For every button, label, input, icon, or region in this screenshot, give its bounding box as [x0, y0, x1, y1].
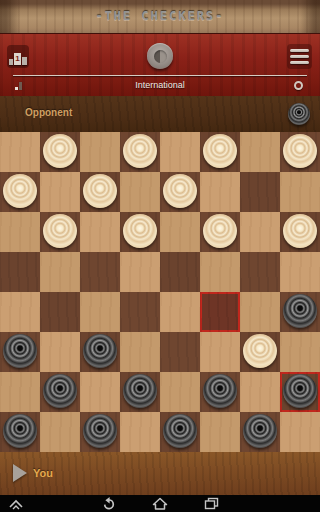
- cell-r3c7: [280, 252, 320, 292]
- podium-icon: [9, 59, 13, 65]
- cell-r7c5: [200, 412, 240, 452]
- cell-r1c6[interactable]: [240, 172, 280, 212]
- cell-r5c3: [120, 332, 160, 372]
- cell-r1c2[interactable]: [80, 172, 120, 212]
- cell-r0c0: [0, 132, 40, 172]
- black-piece[interactable]: [83, 414, 117, 448]
- cell-r4c6: [240, 292, 280, 332]
- black-piece[interactable]: [43, 374, 77, 408]
- cell-r2c4: [160, 212, 200, 252]
- cell-r6c4: [160, 372, 200, 412]
- opponent-label: Opponent: [25, 107, 72, 118]
- white-piece[interactable]: [123, 134, 157, 168]
- board: [0, 132, 320, 452]
- leaderboard-button[interactable]: 1: [7, 45, 29, 68]
- white-piece[interactable]: [203, 134, 237, 168]
- podium-icon: [22, 57, 27, 65]
- cell-r0c2: [80, 132, 120, 172]
- cell-r6c7[interactable]: [280, 372, 320, 412]
- cell-r5c5: [200, 332, 240, 372]
- cell-r2c5[interactable]: [200, 212, 240, 252]
- difficulty-slider[interactable]: [13, 75, 307, 76]
- cell-r5c4[interactable]: [160, 332, 200, 372]
- cell-r7c2[interactable]: [80, 412, 120, 452]
- cell-r2c7[interactable]: [280, 212, 320, 252]
- cell-r0c3[interactable]: [120, 132, 160, 172]
- cell-r7c1: [40, 412, 80, 452]
- variant-label: International: [0, 80, 320, 90]
- cell-r2c3[interactable]: [120, 212, 160, 252]
- cell-r4c3[interactable]: [120, 292, 160, 332]
- white-piece[interactable]: [283, 134, 317, 168]
- black-piece[interactable]: [3, 334, 37, 368]
- black-piece[interactable]: [283, 294, 317, 328]
- opponent-bar: Opponent: [0, 96, 320, 132]
- cell-r2c1[interactable]: [40, 212, 80, 252]
- white-piece[interactable]: [3, 174, 37, 208]
- cell-r0c4: [160, 132, 200, 172]
- rank-number: 1: [14, 53, 22, 65]
- cell-r1c7: [280, 172, 320, 212]
- cell-r5c2[interactable]: [80, 332, 120, 372]
- hamburger-icon: [290, 55, 309, 59]
- android-nav-bar: [0, 495, 320, 512]
- cell-r2c6: [240, 212, 280, 252]
- cell-r6c3[interactable]: [120, 372, 160, 412]
- opponent-color-indicator: [288, 103, 310, 125]
- cell-r6c2: [80, 372, 120, 412]
- hamburger-icon: [290, 49, 309, 53]
- white-piece[interactable]: [123, 214, 157, 248]
- cell-r2c2: [80, 212, 120, 252]
- cell-r5c1: [40, 332, 80, 372]
- title-bar: -THE CHECKERS-: [0, 0, 320, 33]
- cell-r7c6[interactable]: [240, 412, 280, 452]
- app-title: -THE CHECKERS-: [0, 9, 320, 23]
- white-piece[interactable]: [83, 174, 117, 208]
- black-piece[interactable]: [283, 374, 317, 408]
- cell-r0c7[interactable]: [280, 132, 320, 172]
- white-piece[interactable]: [163, 174, 197, 208]
- toolbar: 1 International: [0, 33, 320, 96]
- black-piece[interactable]: [163, 414, 197, 448]
- cell-r3c4[interactable]: [160, 252, 200, 292]
- cell-r1c1: [40, 172, 80, 212]
- cell-r3c2[interactable]: [80, 252, 120, 292]
- screen: -THE CHECKERS- 1 International Opponent: [0, 0, 320, 512]
- up-chevron-icon[interactable]: [8, 497, 24, 510]
- white-piece[interactable]: [43, 134, 77, 168]
- cell-r4c5[interactable]: [200, 292, 240, 332]
- you-label: You: [33, 467, 53, 479]
- black-piece[interactable]: [243, 414, 277, 448]
- cell-r5c7: [280, 332, 320, 372]
- cell-r3c6[interactable]: [240, 252, 280, 292]
- cell-r0c1[interactable]: [40, 132, 80, 172]
- white-piece[interactable]: [283, 214, 317, 248]
- cell-r6c6: [240, 372, 280, 412]
- black-piece[interactable]: [83, 334, 117, 368]
- cell-r1c3: [120, 172, 160, 212]
- cell-r0c6: [240, 132, 280, 172]
- cell-r7c0[interactable]: [0, 412, 40, 452]
- settings-gear-icon[interactable]: [294, 81, 303, 90]
- black-piece[interactable]: [3, 414, 37, 448]
- recent-apps-icon[interactable]: [204, 497, 219, 510]
- white-piece[interactable]: [203, 214, 237, 248]
- cell-r0c5[interactable]: [200, 132, 240, 172]
- white-piece[interactable]: [243, 334, 277, 368]
- white-piece[interactable]: [43, 214, 77, 248]
- cell-r6c1[interactable]: [40, 372, 80, 412]
- home-icon[interactable]: [152, 497, 168, 510]
- cell-r6c5[interactable]: [200, 372, 240, 412]
- cell-r3c3: [120, 252, 160, 292]
- black-piece[interactable]: [123, 374, 157, 408]
- play-triangle-icon: [13, 464, 27, 482]
- back-icon[interactable]: [102, 497, 116, 510]
- cell-r3c1: [40, 252, 80, 292]
- menu-button[interactable]: [287, 44, 312, 69]
- cell-r3c5: [200, 252, 240, 292]
- hamburger-icon: [290, 61, 309, 65]
- black-checker-icon: [288, 103, 310, 125]
- side-toggle-button[interactable]: [147, 43, 173, 69]
- cell-r5c0[interactable]: [0, 332, 40, 372]
- cell-r4c4: [160, 292, 200, 332]
- cell-r7c4[interactable]: [160, 412, 200, 452]
- cell-r4c7[interactable]: [280, 292, 320, 332]
- cell-r7c7: [280, 412, 320, 452]
- cell-r4c2: [80, 292, 120, 332]
- black-piece[interactable]: [203, 374, 237, 408]
- cell-r4c0: [0, 292, 40, 332]
- cell-r7c3: [120, 412, 160, 452]
- half-filled-circle-icon: [154, 50, 167, 63]
- cell-r2c0: [0, 212, 40, 252]
- cell-r3c0[interactable]: [0, 252, 40, 292]
- cell-r1c0[interactable]: [0, 172, 40, 212]
- cell-r1c5: [200, 172, 240, 212]
- cell-r5c6[interactable]: [240, 332, 280, 372]
- cell-r1c4[interactable]: [160, 172, 200, 212]
- cell-r4c1[interactable]: [40, 292, 80, 332]
- you-bar: You: [0, 452, 320, 495]
- cell-r6c0: [0, 372, 40, 412]
